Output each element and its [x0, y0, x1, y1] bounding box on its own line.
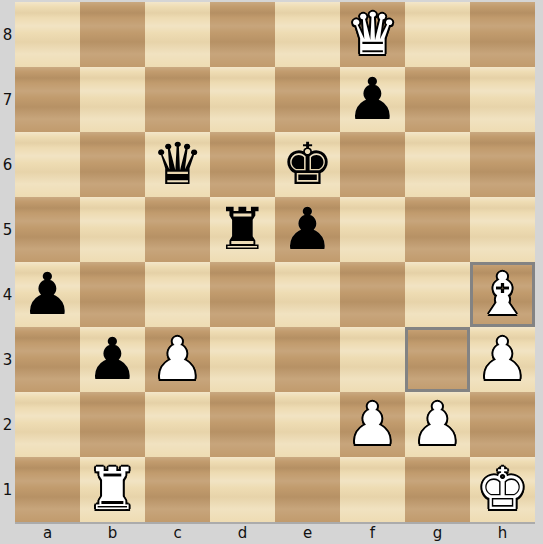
- piece-white-bishop[interactable]: ♝: [477, 262, 529, 327]
- square-b4[interactable]: [80, 262, 145, 327]
- square-g6[interactable]: [405, 132, 470, 197]
- square-d4[interactable]: [210, 262, 275, 327]
- square-h1[interactable]: ♚: [470, 457, 535, 522]
- square-a1[interactable]: [15, 457, 80, 522]
- square-g4[interactable]: [405, 262, 470, 327]
- square-c5[interactable]: [145, 197, 210, 262]
- square-b8[interactable]: [80, 2, 145, 67]
- square-d1[interactable]: [210, 457, 275, 522]
- rank-label-6: 6: [0, 132, 15, 197]
- rank-label-3: 3: [0, 327, 15, 392]
- square-e7[interactable]: [275, 67, 340, 132]
- piece-black-pawn[interactable]: ♟: [22, 262, 74, 327]
- piece-white-pawn[interactable]: ♟: [412, 392, 464, 457]
- square-d7[interactable]: [210, 67, 275, 132]
- square-g2[interactable]: ♟: [405, 392, 470, 457]
- square-e4[interactable]: [275, 262, 340, 327]
- rank-label-5: 5: [0, 197, 15, 262]
- piece-black-pawn[interactable]: ♟: [347, 67, 399, 132]
- square-h4[interactable]: ♝: [470, 262, 535, 327]
- square-a6[interactable]: [15, 132, 80, 197]
- square-e5[interactable]: ♟: [275, 197, 340, 262]
- square-g1[interactable]: [405, 457, 470, 522]
- rank-label-8: 8: [0, 2, 15, 67]
- square-a2[interactable]: [15, 392, 80, 457]
- square-c3[interactable]: ♟: [145, 327, 210, 392]
- piece-white-pawn[interactable]: ♟: [477, 327, 529, 392]
- square-f3[interactable]: [340, 327, 405, 392]
- square-f7[interactable]: ♟: [340, 67, 405, 132]
- rank-labels: 87654321: [0, 2, 15, 522]
- square-g5[interactable]: [405, 197, 470, 262]
- rank-label-1: 1: [0, 457, 15, 522]
- square-h3[interactable]: ♟: [470, 327, 535, 392]
- square-f4[interactable]: [340, 262, 405, 327]
- square-e3[interactable]: [275, 327, 340, 392]
- square-f2[interactable]: ♟: [340, 392, 405, 457]
- square-f1[interactable]: [340, 457, 405, 522]
- square-h6[interactable]: [470, 132, 535, 197]
- square-a3[interactable]: [15, 327, 80, 392]
- square-c2[interactable]: [145, 392, 210, 457]
- square-d3[interactable]: [210, 327, 275, 392]
- square-f8[interactable]: ♛: [340, 2, 405, 67]
- square-c6[interactable]: ♛: [145, 132, 210, 197]
- square-d6[interactable]: [210, 132, 275, 197]
- square-h7[interactable]: [470, 67, 535, 132]
- square-b7[interactable]: [80, 67, 145, 132]
- square-e6[interactable]: ♚: [275, 132, 340, 197]
- square-d2[interactable]: [210, 392, 275, 457]
- square-h5[interactable]: [470, 197, 535, 262]
- piece-white-rook[interactable]: ♜: [87, 457, 139, 522]
- piece-black-queen[interactable]: ♛: [152, 132, 204, 197]
- square-d8[interactable]: [210, 2, 275, 67]
- square-h8[interactable]: [470, 2, 535, 67]
- piece-white-king[interactable]: ♚: [477, 457, 529, 522]
- file-label-f: f: [340, 522, 405, 544]
- square-f6[interactable]: [340, 132, 405, 197]
- file-label-h: h: [470, 522, 535, 544]
- square-a8[interactable]: [15, 2, 80, 67]
- file-labels: abcdefgh: [15, 522, 535, 544]
- rank-label-2: 2: [0, 392, 15, 457]
- piece-black-pawn[interactable]: ♟: [282, 197, 334, 262]
- board: ♛♟♛♚♜♟♟♝♟♟♟♟♟♜♚: [15, 2, 535, 522]
- piece-white-pawn[interactable]: ♟: [152, 327, 204, 392]
- square-b2[interactable]: [80, 392, 145, 457]
- square-g8[interactable]: [405, 2, 470, 67]
- square-g3[interactable]: [405, 327, 470, 392]
- square-c4[interactable]: [145, 262, 210, 327]
- square-e1[interactable]: [275, 457, 340, 522]
- square-a7[interactable]: [15, 67, 80, 132]
- square-d5[interactable]: ♜: [210, 197, 275, 262]
- square-g7[interactable]: [405, 67, 470, 132]
- file-label-e: e: [275, 522, 340, 544]
- square-a4[interactable]: ♟: [15, 262, 80, 327]
- square-b3[interactable]: ♟: [80, 327, 145, 392]
- file-label-b: b: [80, 522, 145, 544]
- file-label-c: c: [145, 522, 210, 544]
- piece-black-pawn[interactable]: ♟: [87, 327, 139, 392]
- square-e2[interactable]: [275, 392, 340, 457]
- square-c1[interactable]: [145, 457, 210, 522]
- square-e8[interactable]: [275, 2, 340, 67]
- square-b1[interactable]: ♜: [80, 457, 145, 522]
- rank-label-4: 4: [0, 262, 15, 327]
- piece-black-king[interactable]: ♚: [282, 132, 334, 197]
- square-a5[interactable]: [15, 197, 80, 262]
- square-f5[interactable]: [340, 197, 405, 262]
- piece-white-queen[interactable]: ♛: [347, 2, 399, 67]
- piece-black-rook[interactable]: ♜: [217, 197, 269, 262]
- square-c8[interactable]: [145, 2, 210, 67]
- rank-label-7: 7: [0, 67, 15, 132]
- piece-white-pawn[interactable]: ♟: [347, 392, 399, 457]
- file-label-d: d: [210, 522, 275, 544]
- file-label-a: a: [15, 522, 80, 544]
- square-c7[interactable]: [145, 67, 210, 132]
- chess-diagram: 87654321 ♛♟♛♚♜♟♟♝♟♟♟♟♟♜♚ abcdefgh: [0, 0, 543, 544]
- file-label-g: g: [405, 522, 470, 544]
- square-b5[interactable]: [80, 197, 145, 262]
- square-b6[interactable]: [80, 132, 145, 197]
- square-h2[interactable]: [470, 392, 535, 457]
